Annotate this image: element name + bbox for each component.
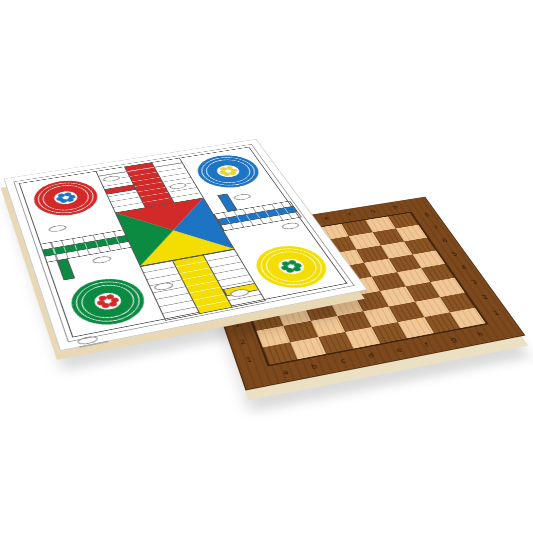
coord-label-1: 1	[484, 304, 509, 323]
product-photo-board-games: abcdefgh abcdefgh 87654321 87654321	[0, 0, 533, 533]
coord-label-h: h	[383, 203, 410, 213]
coord-label-f: f	[337, 210, 364, 220]
coord-label-d: d	[355, 349, 388, 364]
parchis-board	[27, 85, 317, 375]
coord-label-h: h	[465, 328, 497, 342]
coord-label-c: c	[327, 354, 360, 369]
